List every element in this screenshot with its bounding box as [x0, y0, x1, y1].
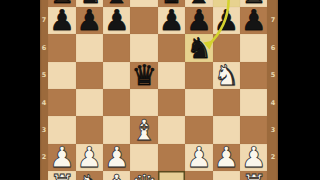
rank-label-3-left: 3: [40, 127, 48, 134]
square-f1[interactable]: [185, 171, 212, 180]
rank-label-2-right: 2: [269, 154, 277, 161]
square-b4[interactable]: [76, 89, 103, 116]
square-h3[interactable]: [240, 116, 267, 143]
piece-black-pawn[interactable]: ♟: [214, 7, 240, 36]
square-f2[interactable]: ♟: [185, 144, 212, 171]
square-d1[interactable]: ♛: [130, 171, 157, 180]
square-g3[interactable]: [213, 116, 240, 143]
square-e1[interactable]: [158, 171, 185, 180]
piece-black-pawn[interactable]: ♟: [77, 7, 103, 36]
square-h4[interactable]: [240, 89, 267, 116]
piece-white-pawn[interactable]: ♟: [214, 144, 240, 173]
square-c4[interactable]: [103, 89, 130, 116]
square-g4[interactable]: [213, 89, 240, 116]
square-b5[interactable]: [76, 62, 103, 89]
square-e3[interactable]: [158, 116, 185, 143]
square-h6[interactable]: [240, 34, 267, 61]
square-d7[interactable]: [130, 7, 157, 34]
rank-label-4-right: 4: [269, 100, 277, 107]
rank-label-5-right: 5: [269, 72, 277, 79]
square-c3[interactable]: [103, 116, 130, 143]
square-b7[interactable]: ♟: [76, 7, 103, 34]
square-d6[interactable]: [130, 34, 157, 61]
square-a7[interactable]: ♟: [48, 7, 75, 34]
rank-label-7-left: 7: [40, 17, 48, 24]
square-g6[interactable]: [213, 34, 240, 61]
rank-label-3-right: 3: [269, 127, 277, 134]
square-e4[interactable]: [158, 89, 185, 116]
square-f6[interactable]: ♞: [185, 34, 212, 61]
square-h5[interactable]: [240, 62, 267, 89]
chess-board[interactable]: ♜♞♝♚♝♜♟♟♟♟♟♟♟♞♛♞♝♟♟♟♟♟♟♜♞♝♛♜: [48, 0, 267, 180]
square-c7[interactable]: ♟: [103, 7, 130, 34]
chess-board-frame: ♜♞♝♚♝♜♟♟♟♟♟♟♟♞♛♞♝♟♟♟♟♟♟♜♞♝♛♜ 88776655443…: [40, 0, 278, 180]
piece-black-pawn[interactable]: ♟: [104, 7, 130, 36]
piece-black-queen[interactable]: ♛: [131, 62, 157, 91]
square-f5[interactable]: [185, 62, 212, 89]
rank-label-5-left: 5: [40, 72, 48, 79]
square-a2[interactable]: ♟: [48, 144, 75, 171]
square-d8[interactable]: [130, 0, 157, 7]
chess-video-frame: ♜♞♝♚♝♜♟♟♟♟♟♟♟♞♛♞♝♟♟♟♟♟♟♜♞♝♛♜ 88776655443…: [0, 0, 320, 180]
square-b1[interactable]: ♞: [76, 171, 103, 180]
piece-white-rook[interactable]: ♜: [49, 171, 75, 180]
square-h2[interactable]: ♟: [240, 144, 267, 171]
square-a5[interactable]: [48, 62, 75, 89]
rank-label-4-left: 4: [40, 100, 48, 107]
square-d4[interactable]: [130, 89, 157, 116]
piece-black-pawn[interactable]: ♟: [49, 7, 75, 36]
rank-label-6-right: 6: [269, 45, 277, 52]
piece-white-bishop[interactable]: ♝: [131, 116, 157, 145]
piece-white-pawn[interactable]: ♟: [186, 144, 212, 173]
square-b2[interactable]: ♟: [76, 144, 103, 171]
square-f4[interactable]: [185, 89, 212, 116]
piece-white-bishop[interactable]: ♝: [104, 171, 130, 180]
square-e2[interactable]: [158, 144, 185, 171]
square-c5[interactable]: [103, 62, 130, 89]
square-g5[interactable]: ♞: [213, 62, 240, 89]
square-b6[interactable]: [76, 34, 103, 61]
square-b3[interactable]: [76, 116, 103, 143]
square-c2[interactable]: ♟: [103, 144, 130, 171]
square-c6[interactable]: [103, 34, 130, 61]
piece-black-pawn[interactable]: ♟: [241, 7, 267, 36]
square-d5[interactable]: ♛: [130, 62, 157, 89]
rank-label-2-left: 2: [40, 154, 48, 161]
square-a6[interactable]: [48, 34, 75, 61]
rank-label-6-left: 6: [40, 45, 48, 52]
rank-label-7-right: 7: [269, 17, 277, 24]
square-h1[interactable]: ♜: [240, 171, 267, 180]
square-e7[interactable]: ♟: [158, 7, 185, 34]
square-h7[interactable]: ♟: [240, 7, 267, 34]
piece-black-knight[interactable]: ♞: [186, 34, 212, 63]
square-e5[interactable]: [158, 62, 185, 89]
square-g1[interactable]: [213, 171, 240, 180]
square-e6[interactable]: [158, 34, 185, 61]
piece-black-pawn[interactable]: ♟: [159, 7, 185, 36]
square-c1[interactable]: ♝: [103, 171, 130, 180]
square-a3[interactable]: [48, 116, 75, 143]
piece-white-knight[interactable]: ♞: [77, 171, 103, 180]
piece-white-rook[interactable]: ♜: [241, 171, 267, 180]
square-f7[interactable]: ♟: [185, 7, 212, 34]
square-g2[interactable]: ♟: [213, 144, 240, 171]
square-d3[interactable]: ♝: [130, 116, 157, 143]
piece-white-knight[interactable]: ♞: [214, 62, 240, 91]
square-g7[interactable]: ♟: [213, 7, 240, 34]
square-a1[interactable]: ♜: [48, 171, 75, 180]
square-a4[interactable]: [48, 89, 75, 116]
square-f3[interactable]: [185, 116, 212, 143]
square-d2[interactable]: [130, 144, 157, 171]
piece-white-queen[interactable]: ♛: [131, 171, 157, 180]
